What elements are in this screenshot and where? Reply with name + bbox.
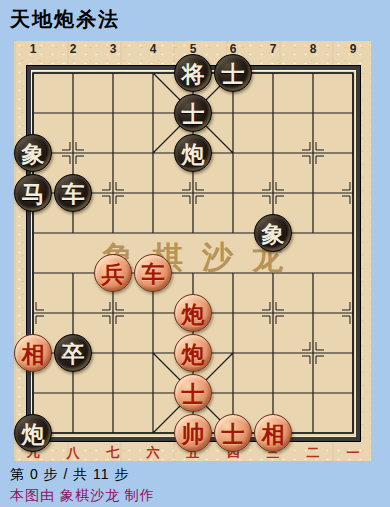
piece-black-soldier[interactable]: 卒	[54, 334, 92, 372]
piece-red-cannon[interactable]: 炮	[174, 334, 212, 372]
piece-red-elephant[interactable]: 相	[14, 334, 52, 372]
piece-glyph: 车	[62, 182, 85, 205]
xiangqi-board[interactable]: 象棋沙龙 123456789 九八七六五四三二一 将士士象炮马车象兵车炮相卒炮士…	[14, 41, 371, 461]
piece-glyph: 兵	[102, 262, 125, 285]
piece-black-elephant[interactable]: 象	[14, 134, 52, 172]
piece-black-chariot[interactable]: 车	[54, 174, 92, 212]
piece-black-general[interactable]: 将	[174, 54, 212, 92]
piece-glyph: 象	[22, 142, 45, 165]
piece-glyph: 马	[22, 182, 45, 205]
piece-glyph: 炮	[182, 342, 205, 365]
piece-red-soldier[interactable]: 兵	[94, 254, 132, 292]
piece-black-cannon[interactable]: 炮	[14, 414, 52, 452]
piece-glyph: 车	[142, 262, 165, 285]
piece-black-advisor[interactable]: 士	[214, 54, 252, 92]
piece-red-advisor[interactable]: 士	[174, 374, 212, 412]
puzzle-title: 天地炮杀法	[10, 6, 120, 33]
piece-glyph: 炮	[182, 142, 205, 165]
piece-black-advisor[interactable]: 士	[174, 94, 212, 132]
piece-glyph: 炮	[22, 422, 45, 445]
piece-glyph: 士	[222, 422, 245, 445]
piece-glyph: 炮	[182, 302, 205, 325]
piece-black-cannon[interactable]: 炮	[174, 134, 212, 172]
piece-glyph: 士	[182, 382, 205, 405]
piece-glyph: 相	[262, 422, 285, 445]
move-counter: 第 0 步 / 共 11 步	[10, 466, 130, 484]
piece-glyph: 士	[182, 102, 205, 125]
piece-red-advisor[interactable]: 士	[214, 414, 252, 452]
credit-text: 本图由 象棋沙龙 制作	[10, 487, 155, 505]
piece-red-chariot[interactable]: 车	[134, 254, 172, 292]
piece-black-horse[interactable]: 马	[14, 174, 52, 212]
piece-glyph: 相	[22, 342, 45, 365]
piece-red-general[interactable]: 帅	[174, 414, 212, 452]
piece-glyph: 将	[182, 62, 205, 85]
piece-glyph: 象	[262, 222, 285, 245]
piece-glyph: 士	[222, 62, 245, 85]
piece-red-cannon[interactable]: 炮	[174, 294, 212, 332]
piece-black-elephant[interactable]: 象	[254, 214, 292, 252]
pieces-layer: 将士士象炮马车象兵车炮相卒炮士炮帅士相	[13, 53, 373, 453]
piece-red-elephant[interactable]: 相	[254, 414, 292, 452]
piece-glyph: 帅	[182, 422, 205, 445]
piece-glyph: 卒	[62, 342, 85, 365]
